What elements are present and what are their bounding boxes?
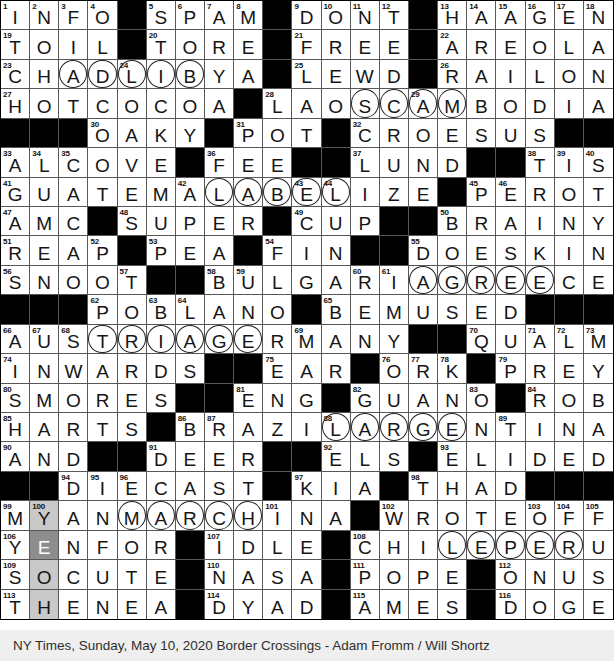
cell-r2c14[interactable]: E bbox=[380, 30, 409, 59]
cell-r9c19[interactable]: K bbox=[526, 236, 555, 265]
cell-r3c6[interactable]: I bbox=[147, 60, 176, 89]
cell-r13c3[interactable]: W bbox=[59, 354, 88, 383]
cell-r1c21[interactable]: 18N bbox=[584, 1, 613, 30]
cell-r2c18[interactable]: E bbox=[496, 30, 525, 59]
cell-r1c17[interactable]: 14A bbox=[467, 1, 496, 30]
cell-r9c2[interactable]: E bbox=[30, 236, 59, 265]
cell-r13c20[interactable]: E bbox=[555, 354, 584, 383]
cell-r1c9[interactable]: 8M bbox=[234, 1, 263, 30]
cell-r1c18[interactable]: 15A bbox=[496, 1, 525, 30]
cell-r13c12[interactable]: R bbox=[322, 354, 351, 383]
cell-r11c12[interactable]: 65B bbox=[322, 295, 351, 324]
cell-r9c17[interactable]: E bbox=[467, 236, 496, 265]
cell-r4c10[interactable]: 28L bbox=[263, 89, 292, 118]
cell-r9c18[interactable]: S bbox=[496, 236, 525, 265]
cell-r8c8[interactable]: E bbox=[205, 207, 234, 236]
cell-r3c8[interactable]: Y bbox=[205, 60, 234, 89]
cell-r20c2[interactable]: O bbox=[30, 560, 59, 589]
cell-r11c15[interactable]: U bbox=[409, 295, 438, 324]
cell-r18c10[interactable]: 101I bbox=[263, 501, 292, 530]
cell-r11c17[interactable]: E bbox=[467, 295, 496, 324]
cell-r13c11[interactable]: A bbox=[292, 354, 321, 383]
cell-r20c10[interactable]: S bbox=[263, 560, 292, 589]
cell-r12c5[interactable]: R bbox=[118, 325, 147, 354]
cell-r2c1[interactable]: 19T bbox=[1, 30, 30, 59]
cell-r21c14[interactable]: M bbox=[380, 590, 409, 619]
cell-r16c9[interactable]: R bbox=[234, 442, 263, 471]
cell-r4c21[interactable]: A bbox=[584, 89, 613, 118]
cell-r11c4[interactable]: 62P bbox=[88, 295, 117, 324]
cell-r15c7[interactable]: 86B bbox=[176, 413, 205, 442]
cell-r2c12[interactable]: R bbox=[322, 30, 351, 59]
cell-r21c21[interactable]: E bbox=[584, 590, 613, 619]
cell-r11c13[interactable]: E bbox=[351, 295, 380, 324]
cell-r21c4[interactable]: N bbox=[88, 590, 117, 619]
cell-r6c1[interactable]: 33A bbox=[1, 148, 30, 177]
cell-r7c2[interactable]: U bbox=[30, 178, 59, 207]
cell-r21c18[interactable]: 116D bbox=[496, 590, 525, 619]
cell-r6c5[interactable]: V bbox=[118, 148, 147, 177]
cell-r9c6[interactable]: 53P bbox=[147, 236, 176, 265]
cell-r15c21[interactable]: A bbox=[584, 413, 613, 442]
cell-r20c3[interactable]: C bbox=[59, 560, 88, 589]
cell-r20c13[interactable]: 111P bbox=[351, 560, 380, 589]
cell-r3c3[interactable]: A bbox=[59, 60, 88, 89]
cell-r7c14[interactable]: Z bbox=[380, 178, 409, 207]
cell-r4c13[interactable]: S bbox=[351, 89, 380, 118]
cell-r8c12[interactable]: U bbox=[322, 207, 351, 236]
cell-r7c6[interactable]: M bbox=[147, 178, 176, 207]
cell-r7c19[interactable]: R bbox=[526, 178, 555, 207]
cell-r20c19[interactable]: N bbox=[526, 560, 555, 589]
cell-r3c1[interactable]: 23C bbox=[1, 60, 30, 89]
cell-r18c7[interactable]: R bbox=[176, 501, 205, 530]
cell-r1c19[interactable]: 16G bbox=[526, 1, 555, 30]
cell-r11c8[interactable]: A bbox=[205, 295, 234, 324]
cell-r4c8[interactable]: A bbox=[205, 89, 234, 118]
cell-r1c16[interactable]: 13H bbox=[438, 1, 467, 30]
cell-r21c10[interactable]: A bbox=[263, 590, 292, 619]
cell-r4c19[interactable]: D bbox=[526, 89, 555, 118]
cell-r20c16[interactable]: E bbox=[438, 560, 467, 589]
cell-r18c4[interactable]: N bbox=[88, 501, 117, 530]
cell-r1c3[interactable]: 3F bbox=[59, 1, 88, 30]
cell-r5c18[interactable]: U bbox=[496, 119, 525, 148]
cell-r13c7[interactable]: S bbox=[176, 354, 205, 383]
cell-r5c6[interactable]: K bbox=[147, 119, 176, 148]
cell-r1c7[interactable]: 6P bbox=[176, 1, 205, 30]
cell-r2c8[interactable]: R bbox=[205, 30, 234, 59]
cell-r12c12[interactable]: A bbox=[322, 325, 351, 354]
cell-r20c5[interactable]: T bbox=[118, 560, 147, 589]
cell-r12c17[interactable]: 70Q bbox=[467, 325, 496, 354]
cell-r12c13[interactable]: N bbox=[351, 325, 380, 354]
cell-r1c4[interactable]: 4O bbox=[88, 1, 117, 30]
cell-r8c20[interactable]: N bbox=[555, 207, 584, 236]
cell-r1c1[interactable]: 1I bbox=[1, 1, 30, 30]
cell-r13c6[interactable]: D bbox=[147, 354, 176, 383]
cell-r18c3[interactable]: A bbox=[59, 501, 88, 530]
cell-r2c13[interactable]: E bbox=[351, 30, 380, 59]
cell-r10c8[interactable]: 58B bbox=[205, 266, 234, 295]
cell-r6c3[interactable]: 35C bbox=[59, 148, 88, 177]
cell-r7c20[interactable]: O bbox=[555, 178, 584, 207]
cell-r1c20[interactable]: 17E bbox=[555, 1, 584, 30]
cell-r16c16[interactable]: 93E bbox=[438, 442, 467, 471]
cell-r14c5[interactable]: E bbox=[118, 384, 147, 413]
cell-r17c15[interactable]: 98T bbox=[409, 472, 438, 501]
cell-r13c1[interactable]: 74I bbox=[1, 354, 30, 383]
cell-r17c7[interactable]: A bbox=[176, 472, 205, 501]
cell-r2c7[interactable]: O bbox=[176, 30, 205, 59]
cell-r3c7[interactable]: B bbox=[176, 60, 205, 89]
cell-r14c19[interactable]: 84R bbox=[526, 384, 555, 413]
cell-r17c6[interactable]: C bbox=[147, 472, 176, 501]
cell-r18c14[interactable]: 102W bbox=[380, 501, 409, 530]
cell-r14c11[interactable]: G bbox=[292, 384, 321, 413]
cell-r14c10[interactable]: N bbox=[263, 384, 292, 413]
cell-r11c16[interactable]: S bbox=[438, 295, 467, 324]
cell-r8c9[interactable]: R bbox=[234, 207, 263, 236]
cell-r10c12[interactable]: A bbox=[322, 266, 351, 295]
cell-r20c21[interactable]: S bbox=[584, 560, 613, 589]
cell-r11c18[interactable]: D bbox=[496, 295, 525, 324]
cell-r14c15[interactable]: A bbox=[409, 384, 438, 413]
cell-r7c8[interactable]: L bbox=[205, 178, 234, 207]
cell-r19c9[interactable]: D bbox=[234, 531, 263, 560]
cell-r12c19[interactable]: 71A bbox=[526, 325, 555, 354]
cell-r4c6[interactable]: C bbox=[147, 89, 176, 118]
cell-r5c4[interactable]: 30O bbox=[88, 119, 117, 148]
cell-r19c4[interactable]: F bbox=[88, 531, 117, 560]
cell-r3c20[interactable]: O bbox=[555, 60, 584, 89]
cell-r9c3[interactable]: A bbox=[59, 236, 88, 265]
cell-r1c12[interactable]: 10O bbox=[322, 1, 351, 30]
cell-r15c1[interactable]: 85H bbox=[1, 413, 30, 442]
cell-r5c14[interactable]: R bbox=[380, 119, 409, 148]
cell-r15c4[interactable]: T bbox=[88, 413, 117, 442]
cell-r7c17[interactable]: 45P bbox=[467, 178, 496, 207]
cell-r21c2[interactable]: H bbox=[30, 590, 59, 619]
cell-r17c17[interactable]: A bbox=[467, 472, 496, 501]
cell-r3c18[interactable]: I bbox=[496, 60, 525, 89]
cell-r18c20[interactable]: 104F bbox=[555, 501, 584, 530]
cell-r5c13[interactable]: 32C bbox=[351, 119, 380, 148]
cell-r15c3[interactable]: R bbox=[59, 413, 88, 442]
cell-r3c19[interactable]: L bbox=[526, 60, 555, 89]
cell-r13c14[interactable]: 76O bbox=[380, 354, 409, 383]
cell-r10c4[interactable]: O bbox=[88, 266, 117, 295]
cell-r11c7[interactable]: 64L bbox=[176, 295, 205, 324]
cell-r10c10[interactable]: L bbox=[263, 266, 292, 295]
cell-r16c19[interactable]: D bbox=[526, 442, 555, 471]
cell-r7c12[interactable]: 44L bbox=[322, 178, 351, 207]
cell-r16c17[interactable]: L bbox=[467, 442, 496, 471]
cell-r10c18[interactable]: E bbox=[496, 266, 525, 295]
cell-r7c9[interactable]: A bbox=[234, 178, 263, 207]
cell-r10c17[interactable]: R bbox=[467, 266, 496, 295]
cell-r7c13[interactable]: I bbox=[351, 178, 380, 207]
cell-r2c9[interactable]: E bbox=[234, 30, 263, 59]
cell-r18c2[interactable]: 100Y bbox=[30, 501, 59, 530]
cell-r10c5[interactable]: 57T bbox=[118, 266, 147, 295]
cell-r18c8[interactable]: C bbox=[205, 501, 234, 530]
cell-r20c15[interactable]: P bbox=[409, 560, 438, 589]
cell-r12c9[interactable]: E bbox=[234, 325, 263, 354]
cell-r8c19[interactable]: I bbox=[526, 207, 555, 236]
cell-r12c11[interactable]: 69M bbox=[292, 325, 321, 354]
cell-r13c16[interactable]: 78K bbox=[438, 354, 467, 383]
cell-r8c16[interactable]: 50B bbox=[438, 207, 467, 236]
cell-r4c12[interactable]: O bbox=[322, 89, 351, 118]
cell-r12c8[interactable]: G bbox=[205, 325, 234, 354]
cell-r8c11[interactable]: 49C bbox=[292, 207, 321, 236]
cell-r14c17[interactable]: 83O bbox=[467, 384, 496, 413]
cell-r3c14[interactable]: D bbox=[380, 60, 409, 89]
cell-r17c3[interactable]: 94D bbox=[59, 472, 88, 501]
cell-r14c6[interactable]: S bbox=[147, 384, 176, 413]
cell-r12c3[interactable]: 68S bbox=[59, 325, 88, 354]
cell-r15c9[interactable]: A bbox=[234, 413, 263, 442]
cell-r20c8[interactable]: 110N bbox=[205, 560, 234, 589]
cell-r11c5[interactable]: O bbox=[118, 295, 147, 324]
cell-r8c1[interactable]: 47A bbox=[1, 207, 30, 236]
cell-r6c16[interactable]: D bbox=[438, 148, 467, 177]
cell-r15c16[interactable]: E bbox=[438, 413, 467, 442]
cell-r20c18[interactable]: 112O bbox=[496, 560, 525, 589]
cell-r9c4[interactable]: 52P bbox=[88, 236, 117, 265]
cell-r20c1[interactable]: 109S bbox=[1, 560, 30, 589]
cell-r18c18[interactable]: E bbox=[496, 501, 525, 530]
cell-r16c7[interactable]: E bbox=[176, 442, 205, 471]
cell-r21c9[interactable]: Y bbox=[234, 590, 263, 619]
cell-r21c20[interactable]: G bbox=[555, 590, 584, 619]
cell-r1c6[interactable]: 5S bbox=[147, 1, 176, 30]
cell-r6c13[interactable]: 37L bbox=[351, 148, 380, 177]
cell-r5c9[interactable]: 31P bbox=[234, 119, 263, 148]
cell-r16c14[interactable]: S bbox=[380, 442, 409, 471]
cell-r14c1[interactable]: 80S bbox=[1, 384, 30, 413]
cell-r14c3[interactable]: O bbox=[59, 384, 88, 413]
cell-r3c12[interactable]: E bbox=[322, 60, 351, 89]
cell-r12c2[interactable]: 67U bbox=[30, 325, 59, 354]
cell-r9c21[interactable]: N bbox=[584, 236, 613, 265]
cell-r18c5[interactable]: M bbox=[118, 501, 147, 530]
cell-r16c13[interactable]: L bbox=[351, 442, 380, 471]
cell-r15c19[interactable]: I bbox=[526, 413, 555, 442]
cell-r10c16[interactable]: G bbox=[438, 266, 467, 295]
cell-r18c1[interactable]: 99M bbox=[1, 501, 30, 530]
cell-r12c4[interactable]: T bbox=[88, 325, 117, 354]
cell-r16c20[interactable]: E bbox=[555, 442, 584, 471]
cell-r13c5[interactable]: R bbox=[118, 354, 147, 383]
cell-r8c13[interactable]: P bbox=[351, 207, 380, 236]
cell-r4c11[interactable]: A bbox=[292, 89, 321, 118]
cell-r4c1[interactable]: 27H bbox=[1, 89, 30, 118]
cell-r9c20[interactable]: I bbox=[555, 236, 584, 265]
cell-r4c20[interactable]: I bbox=[555, 89, 584, 118]
cell-r19c21[interactable]: U bbox=[584, 531, 613, 560]
cell-r14c4[interactable]: R bbox=[88, 384, 117, 413]
cell-r21c19[interactable]: O bbox=[526, 590, 555, 619]
cell-r17c13[interactable]: A bbox=[351, 472, 380, 501]
cell-r15c18[interactable]: 89T bbox=[496, 413, 525, 442]
cell-r13c21[interactable]: Y bbox=[584, 354, 613, 383]
cell-r15c12[interactable]: 88L bbox=[322, 413, 351, 442]
cell-r7c11[interactable]: 43E bbox=[292, 178, 321, 207]
cell-r11c9[interactable]: N bbox=[234, 295, 263, 324]
cell-r8c17[interactable]: R bbox=[467, 207, 496, 236]
cell-r6c9[interactable]: E bbox=[234, 148, 263, 177]
cell-r20c4[interactable]: U bbox=[88, 560, 117, 589]
cell-r3c4[interactable]: D bbox=[88, 60, 117, 89]
cell-r11c6[interactable]: 63B bbox=[147, 295, 176, 324]
cell-r11c10[interactable]: O bbox=[263, 295, 292, 324]
cell-r4c5[interactable]: O bbox=[118, 89, 147, 118]
cell-r3c21[interactable]: N bbox=[584, 60, 613, 89]
cell-r10c11[interactable]: G bbox=[292, 266, 321, 295]
cell-r1c2[interactable]: 2N bbox=[30, 1, 59, 30]
cell-r10c1[interactable]: 56S bbox=[1, 266, 30, 295]
cell-r9c12[interactable]: N bbox=[322, 236, 351, 265]
cell-r18c9[interactable]: H bbox=[234, 501, 263, 530]
cell-r16c6[interactable]: 91D bbox=[147, 442, 176, 471]
cell-r15c13[interactable]: A bbox=[351, 413, 380, 442]
cell-r18c16[interactable]: O bbox=[438, 501, 467, 530]
cell-r8c2[interactable]: M bbox=[30, 207, 59, 236]
cell-r10c21[interactable]: E bbox=[584, 266, 613, 295]
cell-r15c10[interactable]: Z bbox=[263, 413, 292, 442]
cell-r2c6[interactable]: 20T bbox=[147, 30, 176, 59]
cell-r4c17[interactable]: B bbox=[467, 89, 496, 118]
cell-r2c21[interactable]: A bbox=[584, 30, 613, 59]
cell-r13c19[interactable]: R bbox=[526, 354, 555, 383]
cell-r21c3[interactable]: E bbox=[59, 590, 88, 619]
cell-r9c1[interactable]: 51R bbox=[1, 236, 30, 265]
cell-r3c11[interactable]: 25L bbox=[292, 60, 321, 89]
cell-r7c3[interactable]: A bbox=[59, 178, 88, 207]
cell-r6c8[interactable]: 36F bbox=[205, 148, 234, 177]
cell-r9c11[interactable]: I bbox=[292, 236, 321, 265]
cell-r4c18[interactable]: O bbox=[496, 89, 525, 118]
cell-r14c16[interactable]: N bbox=[438, 384, 467, 413]
cell-r21c6[interactable]: A bbox=[147, 590, 176, 619]
cell-r14c2[interactable]: M bbox=[30, 384, 59, 413]
cell-r8c21[interactable]: Y bbox=[584, 207, 613, 236]
cell-r16c18[interactable]: I bbox=[496, 442, 525, 471]
cell-r12c1[interactable]: 66A bbox=[1, 325, 30, 354]
cell-r19c3[interactable]: N bbox=[59, 531, 88, 560]
cell-r5c19[interactable]: S bbox=[526, 119, 555, 148]
cell-r6c4[interactable]: O bbox=[88, 148, 117, 177]
cell-r5c15[interactable]: O bbox=[409, 119, 438, 148]
cell-r3c16[interactable]: 26R bbox=[438, 60, 467, 89]
cell-r7c10[interactable]: B bbox=[263, 178, 292, 207]
cell-r10c13[interactable]: 60R bbox=[351, 266, 380, 295]
cell-r4c3[interactable]: T bbox=[59, 89, 88, 118]
cell-r16c12[interactable]: 92E bbox=[322, 442, 351, 471]
cell-r2c4[interactable]: L bbox=[88, 30, 117, 59]
cell-r3c9[interactable]: A bbox=[234, 60, 263, 89]
cell-r5c10[interactable]: O bbox=[263, 119, 292, 148]
cell-r13c10[interactable]: 75E bbox=[263, 354, 292, 383]
cell-r19c2[interactable]: E bbox=[30, 531, 59, 560]
cell-r21c8[interactable]: 114D bbox=[205, 590, 234, 619]
cell-r19c13[interactable]: 108C bbox=[351, 531, 380, 560]
cell-r21c13[interactable]: 115A bbox=[351, 590, 380, 619]
cell-r14c9[interactable]: 81E bbox=[234, 384, 263, 413]
cell-r2c2[interactable]: O bbox=[30, 30, 59, 59]
cell-r8c18[interactable]: A bbox=[496, 207, 525, 236]
cell-r6c10[interactable]: E bbox=[263, 148, 292, 177]
cell-r18c17[interactable]: T bbox=[467, 501, 496, 530]
cell-r9c10[interactable]: 54F bbox=[263, 236, 292, 265]
cell-r10c2[interactable]: N bbox=[30, 266, 59, 295]
cell-r10c9[interactable]: 59U bbox=[234, 266, 263, 295]
cell-r17c9[interactable]: T bbox=[234, 472, 263, 501]
cell-r9c7[interactable]: E bbox=[176, 236, 205, 265]
cell-r16c8[interactable]: E bbox=[205, 442, 234, 471]
cell-r4c15[interactable]: 29A bbox=[409, 89, 438, 118]
cell-r10c14[interactable]: 61I bbox=[380, 266, 409, 295]
cell-r5c5[interactable]: A bbox=[118, 119, 147, 148]
cell-r2c11[interactable]: 21F bbox=[292, 30, 321, 59]
cell-r12c6[interactable]: I bbox=[147, 325, 176, 354]
cell-r4c2[interactable]: O bbox=[30, 89, 59, 118]
cell-r11c14[interactable]: M bbox=[380, 295, 409, 324]
cell-r19c6[interactable]: R bbox=[147, 531, 176, 560]
cell-r9c15[interactable]: 55D bbox=[409, 236, 438, 265]
cell-r14c21[interactable]: B bbox=[584, 384, 613, 413]
cell-r21c11[interactable]: D bbox=[292, 590, 321, 619]
cell-r1c14[interactable]: 12T bbox=[380, 1, 409, 30]
cell-r16c21[interactable]: D bbox=[584, 442, 613, 471]
cell-r10c19[interactable]: E bbox=[526, 266, 555, 295]
cell-r3c5[interactable]: 24L bbox=[118, 60, 147, 89]
cell-r1c11[interactable]: 9D bbox=[292, 1, 321, 30]
cell-r8c7[interactable]: P bbox=[176, 207, 205, 236]
cell-r2c17[interactable]: R bbox=[467, 30, 496, 59]
cell-r6c20[interactable]: 39I bbox=[555, 148, 584, 177]
cell-r19c10[interactable]: L bbox=[263, 531, 292, 560]
cell-r8c5[interactable]: 48S bbox=[118, 207, 147, 236]
cell-r17c4[interactable]: 95I bbox=[88, 472, 117, 501]
cell-r17c18[interactable]: D bbox=[496, 472, 525, 501]
cell-r15c2[interactable]: A bbox=[30, 413, 59, 442]
cell-r3c13[interactable]: W bbox=[351, 60, 380, 89]
cell-r21c1[interactable]: 113T bbox=[1, 590, 30, 619]
cell-r10c3[interactable]: O bbox=[59, 266, 88, 295]
cell-r15c15[interactable]: G bbox=[409, 413, 438, 442]
cell-r17c11[interactable]: 97K bbox=[292, 472, 321, 501]
cell-r19c5[interactable]: O bbox=[118, 531, 147, 560]
cell-r12c7[interactable]: A bbox=[176, 325, 205, 354]
cell-r20c11[interactable]: A bbox=[292, 560, 321, 589]
cell-r3c2[interactable]: H bbox=[30, 60, 59, 89]
cell-r12c14[interactable]: Y bbox=[380, 325, 409, 354]
cell-r12c10[interactable]: R bbox=[263, 325, 292, 354]
cell-r8c6[interactable]: U bbox=[147, 207, 176, 236]
cell-r12c20[interactable]: 72L bbox=[555, 325, 584, 354]
cell-r8c3[interactable]: C bbox=[59, 207, 88, 236]
cell-r18c21[interactable]: 105F bbox=[584, 501, 613, 530]
cell-r7c4[interactable]: T bbox=[88, 178, 117, 207]
cell-r15c20[interactable]: N bbox=[555, 413, 584, 442]
cell-r19c16[interactable]: L bbox=[438, 531, 467, 560]
cell-r6c19[interactable]: 38T bbox=[526, 148, 555, 177]
cell-r7c18[interactable]: 46E bbox=[496, 178, 525, 207]
cell-r20c9[interactable]: A bbox=[234, 560, 263, 589]
